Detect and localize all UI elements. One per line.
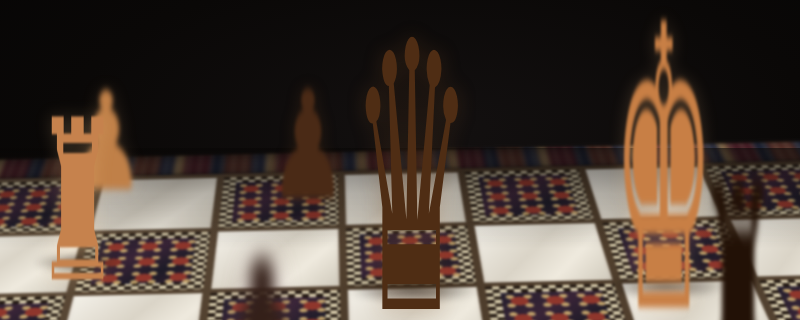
black-queen-glyph: ♛ (351, 0, 473, 320)
black-rook-glyph: ♜ (698, 150, 778, 320)
black-pawn-glyph: ♟ (269, 72, 347, 222)
white-rook-glyph: ♜ (37, 90, 119, 313)
pieces-layer: ♟♟♜♛♚♜♟ (0, 0, 800, 320)
black-pawn-glyph: ♟ (193, 228, 330, 320)
chess-photo-scene: ♟♟♜♛♚♜♟ (0, 0, 800, 320)
